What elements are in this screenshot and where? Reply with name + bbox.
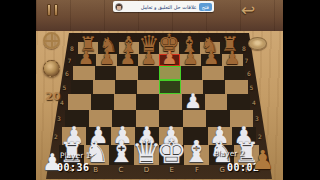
black-pawn-f7[interactable]: ♟	[182, 49, 198, 67]
settings-gear-icon[interactable]	[43, 60, 60, 77]
player2-name: Player 2	[214, 149, 245, 158]
player1-clock: 00:36	[57, 162, 90, 173]
game-viewport: 8877665544332211ABCDEFGH ♜♞♝♛♚♝♞♜♟♟♟♟♟♟♟…	[36, 0, 283, 180]
undo-arrow-icon[interactable]: ↩	[241, 0, 255, 20]
ad-text: علاقات حل التعليق و تعامل	[125, 4, 197, 10]
ad-install-button[interactable]: فتح	[199, 3, 212, 11]
pause-button[interactable]	[47, 4, 61, 16]
ad-avatar	[115, 3, 123, 11]
black-pawn-h7[interactable]: ♟	[224, 49, 240, 67]
screen: 8877665544332211ABCDEFGH ♜♞♝♛♚♝♞♜♟♟♟♟♟♟♟…	[0, 0, 320, 180]
bronze-pawn-icon: ♟	[251, 147, 274, 173]
player1-name: Player 1	[60, 151, 91, 160]
black-pawn-e7[interactable]: ♟	[161, 49, 177, 67]
white-bishop-f1[interactable]: ♝	[183, 137, 210, 168]
black-pawn-c7[interactable]: ♟	[120, 49, 136, 67]
black-pawn-g7[interactable]: ♟	[203, 49, 219, 67]
black-pawn-b7[interactable]: ♟	[99, 49, 115, 67]
white-pawn-f4[interactable]: ♟	[184, 91, 202, 111]
rotate-view-wheel-icon[interactable]	[43, 32, 60, 49]
ad-banner[interactable]: علاقات حل التعليق و تعامل فتح	[113, 1, 214, 12]
move-counter: 20	[45, 90, 60, 103]
medallion-ornament	[248, 37, 267, 50]
black-pawn-a7[interactable]: ♟	[78, 49, 94, 67]
black-pawn-d7[interactable]: ♟	[140, 49, 156, 67]
